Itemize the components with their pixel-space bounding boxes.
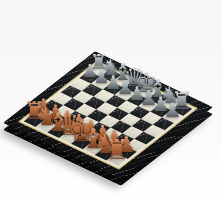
chess-board bbox=[3, 51, 214, 179]
chess-set-photo: ♜♞♝♛♚♝♞♜♟♟♟♟♟♟♟♟♟♟♟♟♟♟♟♟♜♞♝♛♚♝♞♜ bbox=[0, 0, 222, 222]
board-playing-area bbox=[18, 60, 198, 169]
